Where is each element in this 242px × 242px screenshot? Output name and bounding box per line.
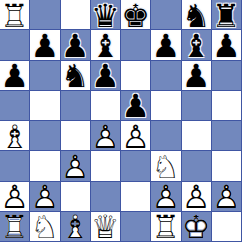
square-e6[interactable] bbox=[121, 61, 151, 91]
square-e1[interactable] bbox=[121, 212, 151, 242]
square-g3[interactable] bbox=[182, 151, 212, 181]
square-d2[interactable] bbox=[91, 182, 121, 212]
piece-white-pawn[interactable]: ♟♙ bbox=[91, 121, 120, 150]
piece-glyph-outline: ♙ bbox=[0, 183, 29, 212]
piece-black-bishop[interactable]: ♝ bbox=[91, 30, 120, 59]
square-d1[interactable]: ♛♕ bbox=[91, 212, 121, 242]
piece-glyph-outline: ♙ bbox=[91, 122, 120, 151]
square-c2[interactable] bbox=[61, 182, 91, 212]
piece-glyph-outline: ♙ bbox=[212, 183, 241, 212]
square-a5[interactable] bbox=[0, 91, 30, 121]
square-b6[interactable] bbox=[30, 61, 60, 91]
piece-black-pawn[interactable]: ♟ bbox=[212, 30, 241, 59]
square-f5[interactable] bbox=[151, 91, 181, 121]
piece-glyph-outline: ♙ bbox=[30, 183, 59, 212]
piece-black-pawn[interactable]: ♟ bbox=[91, 61, 120, 90]
piece-glyph: ♟ bbox=[212, 31, 241, 60]
piece-glyph-outline: ♗ bbox=[61, 213, 90, 242]
square-a4[interactable]: ♝♗ bbox=[0, 121, 30, 151]
square-h6[interactable] bbox=[212, 61, 242, 91]
square-b3[interactable] bbox=[30, 151, 60, 181]
piece-glyph: ♟ bbox=[151, 31, 180, 60]
piece-glyph-outline: ♕ bbox=[91, 213, 120, 242]
piece-glyph-outline: ♖ bbox=[0, 1, 29, 30]
piece-glyph: ♟ bbox=[182, 62, 211, 91]
piece-glyph-outline: ♖ bbox=[151, 213, 180, 242]
square-g4[interactable] bbox=[182, 121, 212, 151]
square-h3[interactable] bbox=[212, 151, 242, 181]
square-e2[interactable] bbox=[121, 182, 151, 212]
square-e7[interactable] bbox=[121, 30, 151, 60]
square-c1[interactable]: ♝♗ bbox=[61, 212, 91, 242]
piece-black-bishop[interactable]: ♝ bbox=[182, 30, 211, 59]
square-h7[interactable]: ♟ bbox=[212, 30, 242, 60]
piece-glyph-outline: ♙ bbox=[182, 183, 211, 212]
piece-glyph: ♛ bbox=[91, 1, 120, 30]
square-c7[interactable]: ♟ bbox=[61, 30, 91, 60]
piece-glyph-outline: ♙ bbox=[151, 183, 180, 212]
piece-glyph: ♜ bbox=[212, 1, 241, 30]
piece-black-pawn[interactable]: ♟ bbox=[61, 30, 90, 59]
piece-glyph: ♟ bbox=[91, 62, 120, 91]
piece-white-pawn[interactable]: ♟♙ bbox=[30, 182, 59, 211]
piece-glyph-outline: ♘ bbox=[30, 213, 59, 242]
piece-glyph-outline: ♗ bbox=[0, 122, 29, 151]
square-b4[interactable] bbox=[30, 121, 60, 151]
piece-white-knight[interactable]: ♞♘ bbox=[151, 151, 180, 180]
square-d8[interactable]: ♛ bbox=[91, 0, 121, 30]
square-a7[interactable] bbox=[0, 30, 30, 60]
piece-glyph: ♝ bbox=[91, 31, 120, 60]
piece-glyph: ♞ bbox=[61, 62, 90, 91]
piece-black-knight[interactable]: ♞ bbox=[61, 61, 90, 90]
square-g6[interactable]: ♟ bbox=[182, 61, 212, 91]
square-f6[interactable] bbox=[151, 61, 181, 91]
square-h2[interactable]: ♟♙ bbox=[212, 182, 242, 212]
piece-glyph: ♚ bbox=[121, 1, 150, 30]
square-e5[interactable]: ♟ bbox=[121, 91, 151, 121]
piece-white-queen[interactable]: ♛♕ bbox=[91, 212, 120, 241]
piece-black-pawn[interactable]: ♟ bbox=[0, 61, 29, 90]
square-b8[interactable] bbox=[30, 0, 60, 30]
square-d6[interactable]: ♟ bbox=[91, 61, 121, 91]
square-d3[interactable] bbox=[91, 151, 121, 181]
piece-black-knight[interactable]: ♞ bbox=[182, 0, 211, 29]
piece-black-pawn[interactable]: ♟ bbox=[182, 61, 211, 90]
piece-glyph: ♟ bbox=[61, 31, 90, 60]
piece-black-queen[interactable]: ♛ bbox=[91, 0, 120, 29]
piece-white-pawn[interactable]: ♟♙ bbox=[61, 151, 90, 180]
square-h4[interactable] bbox=[212, 121, 242, 151]
piece-white-pawn[interactable]: ♟♙ bbox=[151, 182, 180, 211]
square-g5[interactable] bbox=[182, 91, 212, 121]
square-c4[interactable] bbox=[61, 121, 91, 151]
piece-white-king[interactable]: ♚♔ bbox=[182, 212, 211, 241]
piece-black-pawn[interactable]: ♟ bbox=[30, 30, 59, 59]
square-h5[interactable] bbox=[212, 91, 242, 121]
piece-black-pawn[interactable]: ♟ bbox=[121, 91, 150, 120]
square-f7[interactable]: ♟ bbox=[151, 30, 181, 60]
piece-glyph-outline: ♔ bbox=[182, 213, 211, 242]
square-e8[interactable]: ♚ bbox=[121, 0, 151, 30]
piece-white-rook[interactable]: ♜♖ bbox=[0, 0, 29, 29]
square-a2[interactable]: ♟♙ bbox=[0, 182, 30, 212]
square-h1[interactable] bbox=[212, 212, 242, 242]
piece-black-king[interactable]: ♚ bbox=[121, 0, 150, 29]
square-b7[interactable]: ♟ bbox=[30, 30, 60, 60]
piece-white-pawn[interactable]: ♟♙ bbox=[0, 182, 29, 211]
piece-glyph: ♞ bbox=[182, 1, 211, 30]
square-f4[interactable] bbox=[151, 121, 181, 151]
square-d5[interactable] bbox=[91, 91, 121, 121]
square-b5[interactable] bbox=[30, 91, 60, 121]
square-g1[interactable]: ♚♔ bbox=[182, 212, 212, 242]
square-c8[interactable] bbox=[61, 0, 91, 30]
piece-glyph-outline: ♘ bbox=[151, 152, 180, 181]
piece-glyph-outline: ♙ bbox=[61, 152, 90, 181]
piece-glyph: ♝ bbox=[182, 31, 211, 60]
square-a6[interactable]: ♟ bbox=[0, 61, 30, 91]
square-c3[interactable]: ♟♙ bbox=[61, 151, 91, 181]
piece-white-rook[interactable]: ♜♖ bbox=[151, 212, 180, 241]
piece-white-bishop[interactable]: ♝♗ bbox=[0, 121, 29, 150]
square-c5[interactable] bbox=[61, 91, 91, 121]
square-f3[interactable]: ♞♘ bbox=[151, 151, 181, 181]
square-a1[interactable]: ♜♖ bbox=[0, 212, 30, 242]
piece-black-pawn[interactable]: ♟ bbox=[151, 30, 180, 59]
square-b1[interactable]: ♞♘ bbox=[30, 212, 60, 242]
piece-white-pawn[interactable]: ♟♙ bbox=[121, 121, 150, 150]
square-b2[interactable]: ♟♙ bbox=[30, 182, 60, 212]
square-g8[interactable]: ♞ bbox=[182, 0, 212, 30]
piece-glyph: ♟ bbox=[0, 62, 29, 91]
piece-white-rook[interactable]: ♜♖ bbox=[0, 212, 29, 241]
piece-glyph-outline: ♙ bbox=[121, 122, 150, 151]
square-h8[interactable]: ♜ bbox=[212, 0, 242, 30]
piece-glyph: ♟ bbox=[121, 92, 150, 121]
square-g2[interactable]: ♟♙ bbox=[182, 182, 212, 212]
piece-black-rook[interactable]: ♜ bbox=[212, 0, 241, 29]
square-c6[interactable]: ♞ bbox=[61, 61, 91, 91]
square-a8[interactable]: ♜♖ bbox=[0, 0, 30, 30]
piece-white-pawn[interactable]: ♟♙ bbox=[212, 182, 241, 211]
piece-white-pawn[interactable]: ♟♙ bbox=[182, 182, 211, 211]
square-f1[interactable]: ♜♖ bbox=[151, 212, 181, 242]
piece-white-bishop[interactable]: ♝♗ bbox=[61, 212, 90, 241]
square-a3[interactable] bbox=[0, 151, 30, 181]
square-f8[interactable] bbox=[151, 0, 181, 30]
square-f2[interactable]: ♟♙ bbox=[151, 182, 181, 212]
piece-glyph-outline: ♖ bbox=[0, 213, 29, 242]
square-e4[interactable]: ♟♙ bbox=[121, 121, 151, 151]
square-d7[interactable]: ♝ bbox=[91, 30, 121, 60]
square-d4[interactable]: ♟♙ bbox=[91, 121, 121, 151]
piece-glyph: ♟ bbox=[30, 31, 59, 60]
square-g7[interactable]: ♝ bbox=[182, 30, 212, 60]
square-e3[interactable] bbox=[121, 151, 151, 181]
chess-board: ♜♖♛♚♞♜♟♟♝♟♝♟♟♞♟♟♟♝♗♟♙♟♙♟♙♞♘♟♙♟♙♟♙♟♙♟♙♜♖♞… bbox=[0, 0, 242, 242]
piece-white-knight[interactable]: ♞♘ bbox=[30, 212, 59, 241]
